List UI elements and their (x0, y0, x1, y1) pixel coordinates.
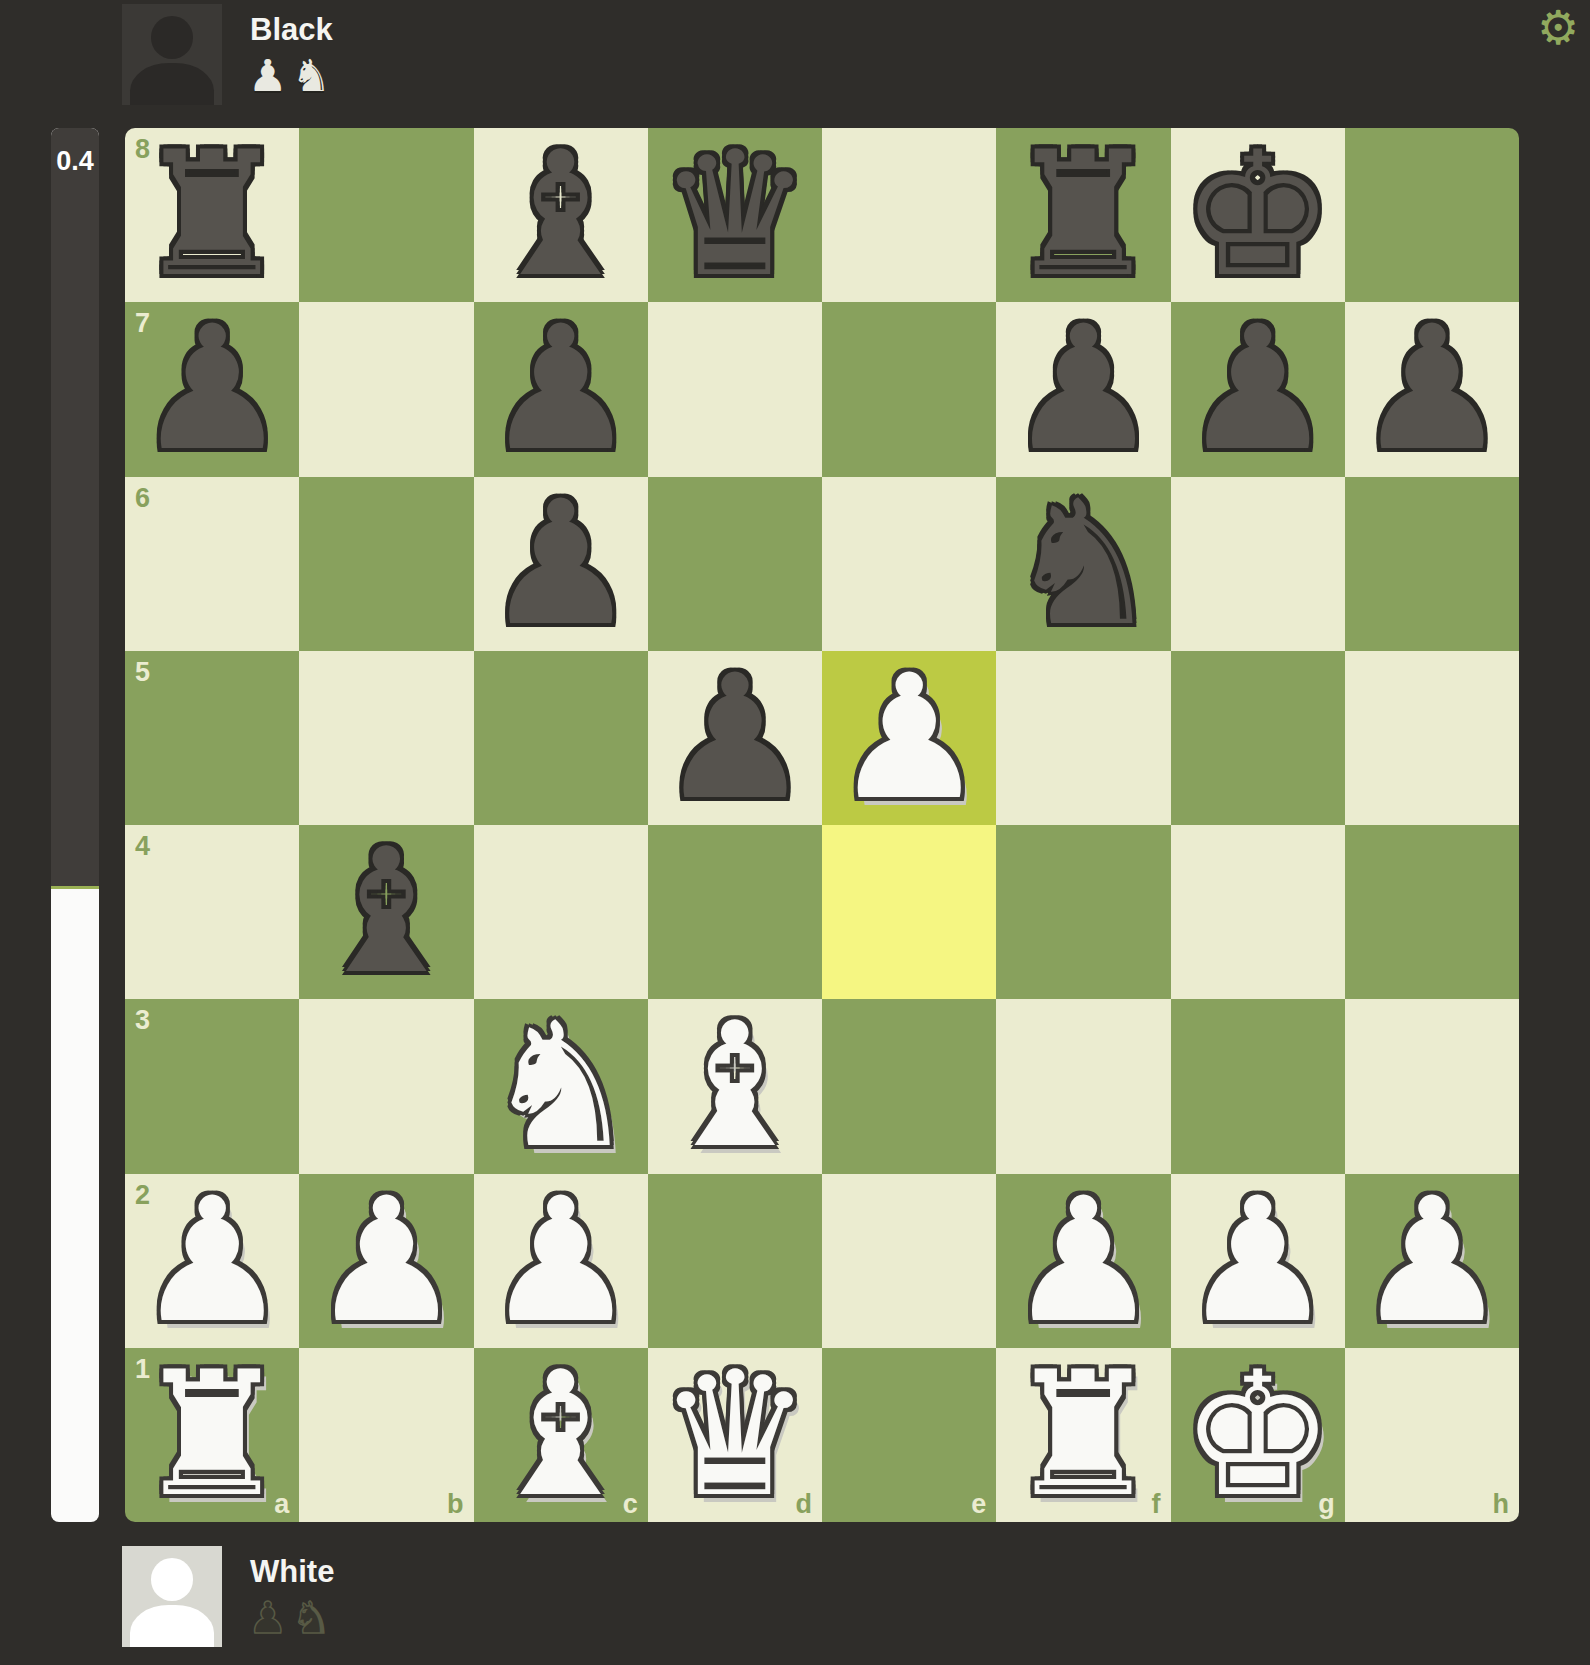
square-c3[interactable]: ♞ (474, 999, 648, 1173)
piece-black-pawn[interactable]: ♟ (474, 302, 648, 476)
avatar-silhouette-head (151, 1558, 193, 1600)
piece-black-bishop[interactable]: ♝ (474, 128, 648, 302)
square-g3[interactable] (1171, 999, 1345, 1173)
piece-black-pawn[interactable]: ♟ (648, 651, 822, 825)
square-c5[interactable] (474, 651, 648, 825)
piece-white-knight[interactable]: ♞ (474, 999, 648, 1173)
square-b1[interactable]: b (299, 1348, 473, 1522)
black-avatar[interactable] (122, 4, 222, 105)
square-e4[interactable] (822, 825, 996, 999)
white-captured-pieces: ♟♞ (248, 1592, 335, 1644)
square-b6[interactable] (299, 477, 473, 651)
rank-label-5: 5 (135, 657, 150, 688)
evaluation-bar: 0.4 (51, 128, 99, 1522)
piece-white-pawn[interactable]: ♟ (299, 1174, 473, 1348)
square-h8[interactable] (1345, 128, 1519, 302)
square-g4[interactable] (1171, 825, 1345, 999)
black-captured-pieces: ♟♞ (248, 50, 335, 102)
square-e5[interactable]: ♟ (822, 651, 996, 825)
square-g7[interactable]: ♟ (1171, 302, 1345, 476)
square-c8[interactable]: ♝ (474, 128, 648, 302)
avatar-silhouette-head (151, 16, 193, 58)
square-g8[interactable]: ♚ (1171, 128, 1345, 302)
square-d7[interactable] (648, 302, 822, 476)
evaluation-bar-black-section (51, 128, 99, 889)
square-f8[interactable]: ♜ (996, 128, 1170, 302)
square-a4[interactable]: 4 (125, 825, 299, 999)
square-e1[interactable]: e (822, 1348, 996, 1522)
square-a5[interactable]: 5 (125, 651, 299, 825)
file-label-b: b (447, 1489, 464, 1520)
piece-white-bishop[interactable]: ♝ (474, 1348, 648, 1522)
square-h5[interactable] (1345, 651, 1519, 825)
square-a3[interactable]: 3 (125, 999, 299, 1173)
square-c2[interactable]: ♟ (474, 1174, 648, 1348)
piece-black-knight[interactable]: ♞ (996, 477, 1170, 651)
piece-black-pawn[interactable]: ♟ (1171, 302, 1345, 476)
square-h7[interactable]: ♟ (1345, 302, 1519, 476)
piece-white-pawn[interactable]: ♟ (1171, 1174, 1345, 1348)
piece-white-pawn[interactable]: ♟ (125, 1174, 299, 1348)
square-d3[interactable]: ♝ (648, 999, 822, 1173)
piece-black-queen[interactable]: ♛ (648, 128, 822, 302)
piece-white-pawn[interactable]: ♟ (474, 1174, 648, 1348)
square-a6[interactable]: 6 (125, 477, 299, 651)
square-a8[interactable]: 8♜ (125, 128, 299, 302)
black-player-name: Black (250, 12, 333, 48)
chess-app: { "game": "chess", "position": "r1bq1rk1… (0, 0, 1590, 1665)
piece-white-pawn[interactable]: ♟ (1345, 1174, 1519, 1348)
piece-white-pawn[interactable]: ♟ (822, 651, 996, 825)
piece-white-pawn[interactable]: ♟ (996, 1174, 1170, 1348)
avatar-silhouette-torso (130, 63, 214, 105)
square-e8[interactable] (822, 128, 996, 302)
white-player-name: White (250, 1554, 334, 1590)
square-f7[interactable]: ♟ (996, 302, 1170, 476)
rank-label-4: 4 (135, 831, 150, 862)
piece-black-rook[interactable]: ♜ (125, 128, 299, 302)
square-e6[interactable] (822, 477, 996, 651)
rank-label-6: 6 (135, 483, 150, 514)
piece-white-rook[interactable]: ♜ (125, 1348, 299, 1522)
square-d2[interactable] (648, 1174, 822, 1348)
square-d5[interactable]: ♟ (648, 651, 822, 825)
square-h1[interactable]: h (1345, 1348, 1519, 1522)
square-c4[interactable] (474, 825, 648, 999)
square-h3[interactable] (1345, 999, 1519, 1173)
square-e7[interactable] (822, 302, 996, 476)
piece-black-pawn[interactable]: ♟ (125, 302, 299, 476)
avatar-silhouette-torso (130, 1605, 214, 1647)
square-f3[interactable] (996, 999, 1170, 1173)
square-f2[interactable]: ♟ (996, 1174, 1170, 1348)
square-b7[interactable] (299, 302, 473, 476)
square-c7[interactable]: ♟ (474, 302, 648, 476)
square-h6[interactable] (1345, 477, 1519, 651)
square-g5[interactable] (1171, 651, 1345, 825)
file-label-h: h (1493, 1489, 1510, 1520)
square-g1[interactable]: g♚ (1171, 1348, 1345, 1522)
square-c1[interactable]: c♝ (474, 1348, 648, 1522)
square-d1[interactable]: d♛ (648, 1348, 822, 1522)
square-g2[interactable]: ♟ (1171, 1174, 1345, 1348)
piece-black-rook[interactable]: ♜ (996, 128, 1170, 302)
square-h2[interactable]: ♟ (1345, 1174, 1519, 1348)
square-c6[interactable]: ♟ (474, 477, 648, 651)
piece-black-bishop[interactable]: ♝ (299, 825, 473, 999)
settings-gear-icon[interactable]: ⚙ (1532, 2, 1584, 54)
piece-black-king[interactable]: ♚ (1171, 128, 1345, 302)
square-b4[interactable]: ♝ (299, 825, 473, 999)
file-label-e: e (971, 1489, 986, 1520)
square-b3[interactable] (299, 999, 473, 1173)
evaluation-score: 0.4 (51, 146, 99, 177)
square-b5[interactable] (299, 651, 473, 825)
square-d4[interactable] (648, 825, 822, 999)
square-d6[interactable] (648, 477, 822, 651)
piece-white-queen[interactable]: ♛ (648, 1348, 822, 1522)
white-avatar[interactable] (122, 1546, 222, 1647)
square-a1[interactable]: 1a♜ (125, 1348, 299, 1522)
square-h4[interactable] (1345, 825, 1519, 999)
square-e3[interactable] (822, 999, 996, 1173)
square-b8[interactable] (299, 128, 473, 302)
square-f4[interactable] (996, 825, 1170, 999)
rank-label-3: 3 (135, 1005, 150, 1036)
piece-white-king[interactable]: ♚ (1171, 1348, 1345, 1522)
piece-black-pawn[interactable]: ♟ (474, 477, 648, 651)
piece-black-pawn[interactable]: ♟ (996, 302, 1170, 476)
square-e2[interactable] (822, 1174, 996, 1348)
square-f6[interactable]: ♞ (996, 477, 1170, 651)
piece-white-rook[interactable]: ♜ (996, 1348, 1170, 1522)
square-f1[interactable]: f♜ (996, 1348, 1170, 1522)
chess-board: 8♜♝♛♜♚7♟♟♟♟♟6♟♞5♟♟4♝3♞♝2♟♟♟♟♟♟1a♜bc♝d♛ef… (125, 128, 1519, 1522)
square-a7[interactable]: 7♟ (125, 302, 299, 476)
piece-white-bishop[interactable]: ♝ (648, 999, 822, 1173)
square-f5[interactable] (996, 651, 1170, 825)
square-g6[interactable] (1171, 477, 1345, 651)
square-d8[interactable]: ♛ (648, 128, 822, 302)
piece-black-pawn[interactable]: ♟ (1345, 302, 1519, 476)
square-b2[interactable]: ♟ (299, 1174, 473, 1348)
square-a2[interactable]: 2♟ (125, 1174, 299, 1348)
